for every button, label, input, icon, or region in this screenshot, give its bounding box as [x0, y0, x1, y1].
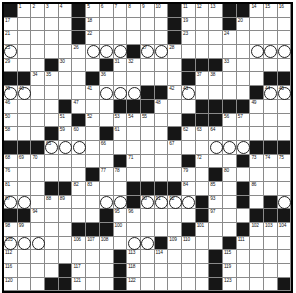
cell-r3c19[interactable]	[264, 45, 278, 59]
cell-r2c4[interactable]	[59, 31, 73, 45]
cell-r15c15[interactable]: 97	[209, 209, 223, 223]
cell-r18c4[interactable]	[59, 250, 73, 264]
cell-r9c13[interactable]: 62	[182, 127, 196, 141]
cell-r10c9[interactable]	[127, 141, 141, 155]
cell-r17c5[interactable]: 106	[72, 237, 86, 251]
cell-r8c7[interactable]	[100, 114, 114, 128]
cell-r7c18[interactable]: 49	[250, 100, 264, 114]
cell-r19c2[interactable]	[31, 264, 45, 278]
cell-r16c16[interactable]	[223, 223, 237, 237]
cell-r15c6[interactable]	[86, 209, 100, 223]
cell-r2c2[interactable]	[31, 31, 45, 45]
cell-r18c7[interactable]	[100, 250, 114, 264]
cell-r20c9[interactable]: 122	[127, 278, 141, 292]
cell-r7c5[interactable]: 47	[72, 100, 86, 114]
cell-r13c8[interactable]	[114, 182, 128, 196]
cell-r1c10[interactable]	[141, 18, 155, 32]
cell-r14c7[interactable]	[100, 196, 114, 210]
cell-r18c12[interactable]	[168, 250, 182, 264]
cell-r12c20[interactable]	[278, 168, 292, 182]
cell-r18c2[interactable]	[31, 250, 45, 264]
cell-r7c0[interactable]: 46	[4, 100, 18, 114]
cell-r19c16[interactable]: 119	[223, 264, 237, 278]
cell-r3c15[interactable]	[209, 45, 223, 59]
cell-r8c3[interactable]	[45, 114, 59, 128]
cell-r17c9[interactable]	[127, 237, 141, 251]
cell-r1c14[interactable]	[196, 18, 210, 32]
cell-r9c9[interactable]	[127, 127, 141, 141]
cell-r13c7[interactable]	[100, 182, 114, 196]
cell-r16c3[interactable]	[45, 223, 59, 237]
cell-r3c8[interactable]	[114, 45, 128, 59]
cell-r6c14[interactable]	[196, 86, 210, 100]
cell-r18c19[interactable]	[264, 250, 278, 264]
cell-r19c1[interactable]	[18, 264, 32, 278]
cell-r5c8[interactable]	[114, 72, 128, 86]
cell-r16c10[interactable]	[141, 223, 155, 237]
cell-r12c10[interactable]	[141, 168, 155, 182]
cell-r5c9[interactable]	[127, 72, 141, 86]
cell-r20c10[interactable]	[141, 278, 155, 292]
cell-r2c9[interactable]	[127, 31, 141, 45]
cell-r16c11[interactable]	[155, 223, 169, 237]
cell-r2c10[interactable]	[141, 31, 155, 45]
cell-r9c17[interactable]	[237, 127, 251, 141]
cell-r6c13[interactable]: 43	[182, 86, 196, 100]
cell-r9c11[interactable]	[155, 127, 169, 141]
cell-r17c6[interactable]: 107	[86, 237, 100, 251]
cell-r20c1[interactable]	[18, 278, 32, 292]
cell-r0c8[interactable]: 7	[114, 4, 128, 18]
cell-r9c10[interactable]	[141, 127, 155, 141]
cell-r13c2[interactable]	[31, 182, 45, 196]
cell-r0c19[interactable]: 15	[264, 4, 278, 18]
cell-r3c16[interactable]	[223, 45, 237, 59]
cell-r15c11[interactable]	[155, 209, 169, 223]
cell-r18c11[interactable]: 114	[155, 250, 169, 264]
cell-r17c19[interactable]	[264, 237, 278, 251]
cell-r16c8[interactable]: 100	[114, 223, 128, 237]
cell-r16c20[interactable]: 104	[278, 223, 292, 237]
cell-r1c3[interactable]	[45, 18, 59, 32]
cell-r2c1[interactable]	[18, 31, 32, 45]
cell-r4c1[interactable]	[18, 59, 32, 73]
cell-r18c20[interactable]	[278, 250, 292, 264]
cell-r20c13[interactable]	[182, 278, 196, 292]
cell-r17c14[interactable]	[196, 237, 210, 251]
cell-r17c0[interactable]: 105	[4, 237, 18, 251]
cell-r14c5[interactable]	[72, 196, 86, 210]
cell-r20c5[interactable]: 121	[72, 278, 86, 292]
cell-r6c6[interactable]: 41	[86, 86, 100, 100]
cell-r11c7[interactable]	[100, 155, 114, 169]
cell-r19c18[interactable]	[250, 264, 264, 278]
cell-r18c10[interactable]	[141, 250, 155, 264]
cell-r5c7[interactable]: 36	[100, 72, 114, 86]
cell-r8c8[interactable]: 53	[114, 114, 128, 128]
cell-r16c14[interactable]: 101	[196, 223, 210, 237]
cell-r8c1[interactable]	[18, 114, 32, 128]
cell-r9c18[interactable]	[250, 127, 264, 141]
cell-r10c7[interactable]: 66	[100, 141, 114, 155]
cell-r14c8[interactable]	[114, 196, 128, 210]
cell-r8c17[interactable]: 57	[237, 114, 251, 128]
cell-r17c1[interactable]	[18, 237, 32, 251]
cell-r19c12[interactable]	[168, 264, 182, 278]
cell-r4c6[interactable]	[86, 59, 100, 73]
cell-r19c19[interactable]	[264, 264, 278, 278]
cell-r8c0[interactable]: 50	[4, 114, 18, 128]
cell-r6c17[interactable]	[237, 86, 251, 100]
cell-r13c13[interactable]: 84	[182, 182, 196, 196]
cell-r12c13[interactable]: 79	[182, 168, 196, 182]
cell-r2c20[interactable]	[278, 31, 292, 45]
cell-r10c6[interactable]	[86, 141, 100, 155]
cell-r8c6[interactable]: 52	[86, 114, 100, 128]
cell-r12c2[interactable]	[31, 168, 45, 182]
cell-r6c12[interactable]: 42	[168, 86, 182, 100]
cell-r16c1[interactable]: 99	[18, 223, 32, 237]
cell-r7c6[interactable]	[86, 100, 100, 114]
cell-r17c12[interactable]: 109	[168, 237, 182, 251]
cell-r14c6[interactable]	[86, 196, 100, 210]
cell-r6c5[interactable]	[72, 86, 86, 100]
cell-r5c16[interactable]	[223, 72, 237, 86]
cell-r3c11[interactable]	[155, 45, 169, 59]
cell-r2c16[interactable]: 24	[223, 31, 237, 45]
cell-r17c4[interactable]	[59, 237, 73, 251]
cell-r9c0[interactable]: 58	[4, 127, 18, 141]
cell-r12c4[interactable]	[59, 168, 73, 182]
cell-r16c12[interactable]	[168, 223, 182, 237]
cell-r4c20[interactable]	[278, 59, 292, 73]
cell-r20c16[interactable]: 123	[223, 278, 237, 292]
cell-r0c3[interactable]: 3	[45, 4, 59, 18]
cell-r13c14[interactable]	[196, 182, 210, 196]
cell-r3c13[interactable]	[182, 45, 196, 59]
cell-r15c8[interactable]: 95	[114, 209, 128, 223]
cell-r13c6[interactable]: 83	[86, 182, 100, 196]
cell-r14c15[interactable]: 93	[209, 196, 223, 210]
cell-r0c6[interactable]: 5	[86, 4, 100, 18]
cell-r18c13[interactable]	[182, 250, 196, 264]
cell-r6c15[interactable]	[209, 86, 223, 100]
cell-r11c18[interactable]: 73	[250, 155, 264, 169]
cell-r9c8[interactable]: 61	[114, 127, 128, 141]
cell-r2c3[interactable]	[45, 31, 59, 45]
cell-r14c12[interactable]: 92	[168, 196, 182, 210]
cell-r0c1[interactable]: 1	[18, 4, 32, 18]
cell-r4c5[interactable]	[72, 59, 86, 73]
cell-r7c11[interactable]: 48	[155, 100, 169, 114]
cell-r16c9[interactable]	[127, 223, 141, 237]
cell-r2c19[interactable]	[264, 31, 278, 45]
cell-r8c4[interactable]: 51	[59, 114, 73, 128]
cell-r1c1[interactable]	[18, 18, 32, 32]
cell-r15c3[interactable]	[45, 209, 59, 223]
cell-r11c19[interactable]: 74	[264, 155, 278, 169]
cell-r3c2[interactable]	[31, 45, 45, 59]
cell-r18c9[interactable]: 113	[127, 250, 141, 264]
cell-r4c16[interactable]: 33	[223, 59, 237, 73]
cell-r20c6[interactable]	[86, 278, 100, 292]
cell-r2c14[interactable]	[196, 31, 210, 45]
cell-r9c20[interactable]	[278, 127, 292, 141]
cell-r20c18[interactable]	[250, 278, 264, 292]
cell-r4c10[interactable]	[141, 59, 155, 73]
cell-r5c15[interactable]: 38	[209, 72, 223, 86]
cell-r10c11[interactable]	[155, 141, 169, 155]
cell-r8c18[interactable]	[250, 114, 264, 128]
cell-r10c16[interactable]	[223, 141, 237, 155]
cell-r16c19[interactable]: 103	[264, 223, 278, 237]
cell-r0c14[interactable]: 12	[196, 4, 210, 18]
cell-r9c15[interactable]: 64	[209, 127, 223, 141]
cell-r20c19[interactable]	[264, 278, 278, 292]
cell-r6c0[interactable]: 39	[4, 86, 18, 100]
cell-r13c20[interactable]	[278, 182, 292, 196]
cell-r18c17[interactable]	[237, 250, 251, 264]
cell-r4c2[interactable]	[31, 59, 45, 73]
cell-r13c1[interactable]	[18, 182, 32, 196]
cell-r1c2[interactable]	[31, 18, 45, 32]
cell-r1c17[interactable]: 20	[237, 18, 251, 32]
cell-r3c3[interactable]	[45, 45, 59, 59]
cell-r7c1[interactable]	[18, 100, 32, 114]
cell-r15c10[interactable]	[141, 209, 155, 223]
crossword-grid[interactable]: 1234567891011121314151617181920212223242…	[2, 2, 293, 293]
cell-r5c4[interactable]	[59, 72, 73, 86]
cell-r11c16[interactable]	[223, 155, 237, 169]
cell-r15c13[interactable]	[182, 209, 196, 223]
cell-r12c18[interactable]	[250, 168, 264, 182]
cell-r9c5[interactable]: 60	[72, 127, 86, 141]
cell-r2c7[interactable]	[100, 31, 114, 45]
cell-r12c19[interactable]	[264, 168, 278, 182]
cell-r5c10[interactable]	[141, 72, 155, 86]
cell-r8c2[interactable]	[31, 114, 45, 128]
cell-r3c6[interactable]	[86, 45, 100, 59]
cell-r18c1[interactable]	[18, 250, 32, 264]
cell-r20c12[interactable]	[168, 278, 182, 292]
cell-r16c2[interactable]	[31, 223, 45, 237]
cell-r4c18[interactable]	[250, 59, 264, 73]
cell-r12c9[interactable]	[127, 168, 141, 182]
cell-r7c2[interactable]	[31, 100, 45, 114]
cell-r7c3[interactable]	[45, 100, 59, 114]
cell-r1c15[interactable]	[209, 18, 223, 32]
cell-r0c15[interactable]: 13	[209, 4, 223, 18]
cell-r14c20[interactable]	[278, 196, 292, 210]
cell-r17c20[interactable]	[278, 237, 292, 251]
cell-r11c9[interactable]: 71	[127, 155, 141, 169]
cell-r9c2[interactable]	[31, 127, 45, 141]
cell-r2c11[interactable]	[155, 31, 169, 45]
cell-r2c6[interactable]: 22	[86, 31, 100, 45]
cell-r0c20[interactable]: 16	[278, 4, 292, 18]
cell-r12c0[interactable]: 76	[4, 168, 18, 182]
cell-r19c11[interactable]	[155, 264, 169, 278]
cell-r16c4[interactable]	[59, 223, 73, 237]
cell-r14c1[interactable]	[18, 196, 32, 210]
cell-r2c0[interactable]: 21	[4, 31, 18, 45]
cell-r3c7[interactable]	[100, 45, 114, 59]
cell-r3c12[interactable]: 28	[168, 45, 182, 59]
cell-r19c14[interactable]	[196, 264, 210, 278]
cell-r5c5[interactable]	[72, 72, 86, 86]
cell-r11c20[interactable]: 75	[278, 155, 292, 169]
cell-r3c4[interactable]	[59, 45, 73, 59]
cell-r10c5[interactable]	[72, 141, 86, 155]
cell-r1c13[interactable]: 19	[182, 18, 196, 32]
cell-r8c9[interactable]: 54	[127, 114, 141, 128]
cell-r2c15[interactable]	[209, 31, 223, 45]
cell-r9c14[interactable]: 63	[196, 127, 210, 141]
cell-r14c10[interactable]: 90	[141, 196, 155, 210]
cell-r10c12[interactable]: 67	[168, 141, 182, 155]
cell-r11c10[interactable]	[141, 155, 155, 169]
cell-r1c18[interactable]	[250, 18, 264, 32]
cell-r7c19[interactable]	[264, 100, 278, 114]
cell-r8c20[interactable]	[278, 114, 292, 128]
cell-r17c7[interactable]: 108	[100, 237, 114, 251]
cell-r19c7[interactable]	[100, 264, 114, 278]
cell-r13c19[interactable]	[264, 182, 278, 196]
cell-r7c12[interactable]	[168, 100, 182, 114]
cell-r12c14[interactable]	[196, 168, 210, 182]
cell-r1c20[interactable]	[278, 18, 292, 32]
cell-r14c3[interactable]: 88	[45, 196, 59, 210]
cell-r11c12[interactable]	[168, 155, 182, 169]
cell-r11c0[interactable]: 68	[4, 155, 18, 169]
cell-r4c17[interactable]	[237, 59, 251, 73]
cell-r4c19[interactable]	[264, 59, 278, 73]
cell-r5c17[interactable]	[237, 72, 251, 86]
cell-r15c17[interactable]	[237, 209, 251, 223]
cell-r4c4[interactable]: 30	[59, 59, 73, 73]
cell-r12c5[interactable]	[72, 168, 86, 182]
cell-r14c13[interactable]	[182, 196, 196, 210]
cell-r8c16[interactable]: 56	[223, 114, 237, 128]
cell-r13c5[interactable]: 82	[72, 182, 86, 196]
cell-r5c18[interactable]	[250, 72, 264, 86]
cell-r11c11[interactable]	[155, 155, 169, 169]
cell-r19c5[interactable]: 117	[72, 264, 86, 278]
cell-r2c17[interactable]	[237, 31, 251, 45]
cell-r7c20[interactable]	[278, 100, 292, 114]
cell-r9c19[interactable]	[264, 127, 278, 141]
cell-r6c2[interactable]	[31, 86, 45, 100]
cell-r1c7[interactable]	[100, 18, 114, 32]
cell-r20c11[interactable]	[155, 278, 169, 292]
cell-r8c10[interactable]: 55	[141, 114, 155, 128]
cell-r16c15[interactable]	[209, 223, 223, 237]
cell-r4c12[interactable]	[168, 59, 182, 73]
cell-r6c3[interactable]	[45, 86, 59, 100]
cell-r17c17[interactable]: 111	[237, 237, 251, 251]
cell-r17c15[interactable]	[209, 237, 223, 251]
cell-r6c8[interactable]	[114, 86, 128, 100]
cell-r16c0[interactable]: 98	[4, 223, 18, 237]
cell-r20c17[interactable]	[237, 278, 251, 292]
cell-r14c0[interactable]: 87	[4, 196, 18, 210]
cell-r12c12[interactable]	[168, 168, 182, 182]
cell-r11c6[interactable]	[86, 155, 100, 169]
cell-r16c18[interactable]: 102	[250, 223, 264, 237]
cell-r8c12[interactable]	[168, 114, 182, 128]
cell-r11c4[interactable]	[59, 155, 73, 169]
cell-r17c18[interactable]	[250, 237, 264, 251]
cell-r6c4[interactable]	[59, 86, 73, 100]
cell-r0c18[interactable]: 14	[250, 4, 264, 18]
cell-r12c17[interactable]	[237, 168, 251, 182]
cell-r6c19[interactable]: 44	[264, 86, 278, 100]
cell-r3c1[interactable]	[18, 45, 32, 59]
cell-r9c16[interactable]	[223, 127, 237, 141]
cell-r12c8[interactable]: 78	[114, 168, 128, 182]
cell-r18c16[interactable]: 115	[223, 250, 237, 264]
cell-r14c18[interactable]	[250, 196, 264, 210]
cell-r19c10[interactable]	[141, 264, 155, 278]
cell-r10c14[interactable]	[196, 141, 210, 155]
cell-r20c0[interactable]: 120	[4, 278, 18, 292]
cell-r20c14[interactable]	[196, 278, 210, 292]
cell-r3c14[interactable]	[196, 45, 210, 59]
cell-r11c15[interactable]	[209, 155, 223, 169]
cell-r15c5[interactable]	[72, 209, 86, 223]
cell-r19c6[interactable]	[86, 264, 100, 278]
cell-r1c6[interactable]: 18	[86, 18, 100, 32]
cell-r5c14[interactable]: 37	[196, 72, 210, 86]
cell-r4c8[interactable]: 31	[114, 59, 128, 73]
cell-r14c4[interactable]: 89	[59, 196, 73, 210]
cell-r6c1[interactable]: 40	[18, 86, 32, 100]
cell-r17c3[interactable]	[45, 237, 59, 251]
cell-r1c19[interactable]	[264, 18, 278, 32]
cell-r9c4[interactable]: 59	[59, 127, 73, 141]
cell-r3c20[interactable]	[278, 45, 292, 59]
cell-r0c4[interactable]: 4	[59, 4, 73, 18]
cell-r14c11[interactable]: 91	[155, 196, 169, 210]
cell-r19c17[interactable]	[237, 264, 251, 278]
cell-r4c11[interactable]	[155, 59, 169, 73]
cell-r7c7[interactable]	[100, 100, 114, 114]
cell-r1c0[interactable]: 17	[4, 18, 18, 32]
cell-r6c7[interactable]	[100, 86, 114, 100]
cell-r4c9[interactable]: 32	[127, 59, 141, 73]
cell-r14c2[interactable]	[31, 196, 45, 210]
cell-r0c10[interactable]: 9	[141, 4, 155, 18]
cell-r17c8[interactable]	[114, 237, 128, 251]
cell-r1c8[interactable]	[114, 18, 128, 32]
cell-r13c16[interactable]	[223, 182, 237, 196]
cell-r10c10[interactable]	[141, 141, 155, 155]
cell-r6c9[interactable]	[127, 86, 141, 100]
cell-r5c11[interactable]	[155, 72, 169, 86]
cell-r10c15[interactable]	[209, 141, 223, 155]
cell-r14c16[interactable]	[223, 196, 237, 210]
cell-r0c13[interactable]: 11	[182, 4, 196, 18]
cell-r1c4[interactable]	[59, 18, 73, 32]
cell-r20c7[interactable]	[100, 278, 114, 292]
cell-r10c17[interactable]	[237, 141, 251, 155]
cell-r5c3[interactable]: 35	[45, 72, 59, 86]
cell-r12c1[interactable]	[18, 168, 32, 182]
cell-r6c20[interactable]: 45	[278, 86, 292, 100]
cell-r13c15[interactable]: 85	[209, 182, 223, 196]
cell-r9c1[interactable]	[18, 127, 32, 141]
cell-r19c0[interactable]: 116	[4, 264, 18, 278]
